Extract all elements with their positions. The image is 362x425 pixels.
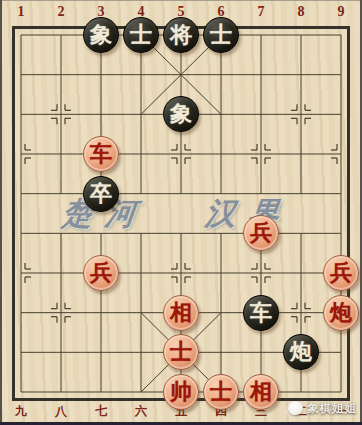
board: 象士将士象车卒兵兵兵相车炮士炮帅士相 — [1, 15, 361, 412]
piece-black-elephant[interactable]: 象 — [83, 17, 119, 53]
watermark: 象棋姐姐 — [288, 399, 357, 417]
piece-red-cannon[interactable]: 炮 — [323, 295, 359, 331]
piece-black-elephant[interactable]: 象 — [163, 96, 199, 132]
piece-black-chariot[interactable]: 车 — [243, 295, 279, 331]
xiangqi-board-screenshot: 123456789 楚河 汉界 象士将士象车卒兵兵兵相车炮士炮帅士相 九八七六五… — [0, 0, 362, 425]
piece-red-soldier[interactable]: 兵 — [243, 215, 279, 251]
image-edge-left — [0, 0, 2, 425]
image-edge-top — [0, 0, 362, 1]
piece-black-advisor[interactable]: 士 — [203, 17, 239, 53]
piece-red-soldier[interactable]: 兵 — [323, 255, 359, 291]
piece-red-general[interactable]: 帅 — [163, 374, 199, 410]
piece-red-soldier[interactable]: 兵 — [83, 255, 119, 291]
piece-red-advisor[interactable]: 士 — [163, 334, 199, 370]
piece-red-advisor[interactable]: 士 — [203, 374, 239, 410]
piece-red-elephant[interactable]: 相 — [243, 374, 279, 410]
piece-red-elephant[interactable]: 相 — [163, 295, 199, 331]
piece-black-advisor[interactable]: 士 — [123, 17, 159, 53]
piece-red-chariot[interactable]: 车 — [83, 136, 119, 172]
piece-black-general[interactable]: 将 — [163, 17, 199, 53]
piece-black-cannon[interactable]: 炮 — [283, 334, 319, 370]
watermark-logo-icon — [288, 401, 303, 415]
piece-black-soldier[interactable]: 卒 — [83, 176, 119, 212]
watermark-text: 象棋姐姐 — [307, 401, 357, 416]
